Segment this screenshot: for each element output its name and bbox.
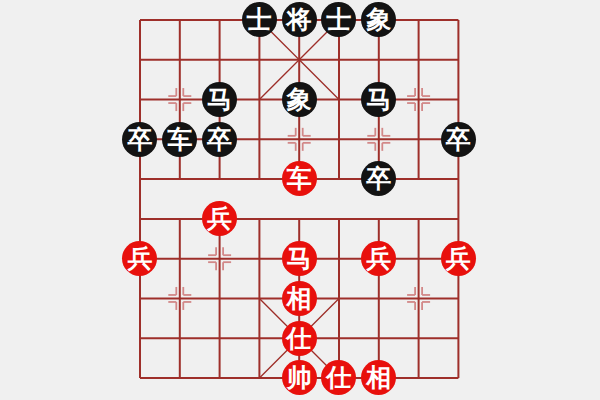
red-elephant-piece[interactable]: 相 <box>282 281 317 316</box>
black-elephant-piece[interactable]: 象 <box>282 82 317 117</box>
black-advisor-piece[interactable]: 士 <box>242 2 277 37</box>
page-background: 士将士象马象马卒车卒卒车卒兵兵马兵兵相仕帅仕相 <box>0 0 600 400</box>
black-soldier-piece[interactable]: 卒 <box>361 161 396 196</box>
black-horse-piece[interactable]: 马 <box>361 82 396 117</box>
red-elephant-piece[interactable]: 相 <box>361 360 396 395</box>
red-horse-piece[interactable]: 马 <box>282 241 317 276</box>
xiangqi-board: 士将士象马象马卒车卒卒车卒兵兵马兵兵相仕帅仕相 <box>0 0 600 400</box>
black-elephant-piece[interactable]: 象 <box>361 2 396 37</box>
red-general-piece[interactable]: 帅 <box>282 360 317 395</box>
red-advisor-piece[interactable]: 仕 <box>321 360 356 395</box>
red-soldier-piece[interactable]: 兵 <box>202 201 237 236</box>
red-chariot-piece[interactable]: 车 <box>282 161 317 196</box>
pieces-layer: 士将士象马象马卒车卒卒车卒兵兵马兵兵相仕帅仕相 <box>120 0 478 398</box>
red-soldier-piece[interactable]: 兵 <box>122 241 157 276</box>
black-soldier-piece[interactable]: 卒 <box>202 122 237 157</box>
black-soldier-piece[interactable]: 卒 <box>122 122 157 157</box>
black-general-piece[interactable]: 将 <box>282 2 317 37</box>
red-soldier-piece[interactable]: 兵 <box>441 241 476 276</box>
black-horse-piece[interactable]: 马 <box>202 82 237 117</box>
red-soldier-piece[interactable]: 兵 <box>361 241 396 276</box>
black-soldier-piece[interactable]: 卒 <box>441 122 476 157</box>
red-advisor-piece[interactable]: 仕 <box>282 321 317 356</box>
black-advisor-piece[interactable]: 士 <box>321 2 356 37</box>
black-chariot-piece[interactable]: 车 <box>162 122 197 157</box>
